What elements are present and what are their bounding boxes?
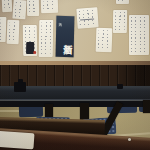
menu-sheet [12,0,26,19]
low-table-apron [0,101,150,107]
menu-sheet [39,20,54,57]
condiment-item [117,84,123,89]
menu-sheet [96,28,113,53]
menu-sheet-sake-label [23,25,38,56]
underline-stroke [80,19,94,21]
menu-sheet [41,0,58,13]
menu-sheet [116,0,129,4]
menu-sheet [2,0,13,12]
menu-sheet [27,0,39,16]
menu-stand [14,82,26,92]
banner-main-text: 新酒 [61,23,74,53]
hanko-seal-icon [33,51,36,54]
menu-sheet [76,7,98,28]
menu-sheet [113,10,127,33]
menu-sheet [129,15,149,55]
photo-izakaya-room: Photograph of a Japanese izakaya tatami … [0,0,150,150]
paper-placemat [0,131,35,150]
metal-fitting-icon [128,138,131,141]
menu-stand-handle [18,79,23,83]
table-leg [143,100,150,113]
sake-banner: 入荷 新酒 [56,16,75,57]
menu-sheet [7,20,20,44]
menu-sheet [0,17,6,42]
